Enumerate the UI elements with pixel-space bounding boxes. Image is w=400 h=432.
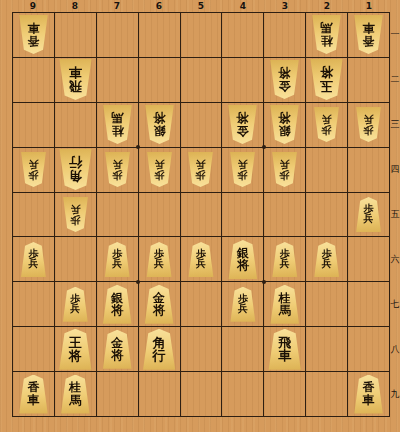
- square-7-4[interactable]: 歩兵: [97, 148, 138, 192]
- piece-kanji: 歩: [280, 170, 290, 181]
- square-6-1[interactable]: [139, 13, 180, 57]
- square-8-7[interactable]: 歩兵: [55, 282, 96, 326]
- sente-silver[interactable]: 銀将: [227, 240, 258, 279]
- square-8-5[interactable]: 歩兵: [55, 193, 96, 237]
- square-3-3[interactable]: 銀将: [264, 103, 305, 147]
- piece-kanji: 歩: [70, 214, 80, 225]
- square-7-6[interactable]: 歩兵: [97, 237, 138, 281]
- square-3-8[interactable]: 飛車: [264, 327, 305, 371]
- piece-kanji: 歩: [196, 170, 206, 181]
- square-8-1[interactable]: [55, 13, 96, 57]
- piece-kanji: 将: [279, 67, 291, 80]
- piece-kanji: 馬: [279, 304, 291, 317]
- square-3-1[interactable]: [264, 13, 305, 57]
- piece-kanji: 車: [27, 394, 39, 407]
- piece-kanji: 将: [111, 349, 123, 362]
- square-1-1[interactable]: 香車: [348, 13, 389, 57]
- sente-pawn[interactable]: 歩兵: [229, 287, 256, 322]
- square-1-2[interactable]: [348, 58, 389, 102]
- square-5-4[interactable]: 歩兵: [181, 148, 222, 192]
- gote-gold[interactable]: 金将: [269, 60, 300, 99]
- square-9-8[interactable]: [13, 327, 54, 371]
- square-8-3[interactable]: [55, 103, 96, 147]
- sente-bishop[interactable]: 角行: [142, 329, 177, 370]
- gote-pawn[interactable]: 歩兵: [313, 107, 340, 142]
- rank-label-4: 四: [390, 147, 400, 192]
- square-5-7[interactable]: [181, 282, 222, 326]
- piece-kanji: 兵: [280, 159, 290, 170]
- sente-pawn[interactable]: 歩兵: [20, 242, 47, 277]
- piece-kanji: 角: [153, 336, 166, 350]
- square-3-9[interactable]: [264, 372, 305, 416]
- star-point: [136, 280, 140, 284]
- piece-kanji: 歩: [112, 170, 122, 181]
- piece-kanji: 兵: [70, 304, 80, 315]
- square-5-2[interactable]: [181, 58, 222, 102]
- square-6-4[interactable]: 歩兵: [139, 148, 180, 192]
- rank-label-2: 二: [390, 57, 400, 102]
- square-4-9[interactable]: [222, 372, 263, 416]
- piece-kanji: 飛: [278, 336, 291, 350]
- file-labels: 987654321: [12, 0, 390, 12]
- piece-kanji: 歩: [322, 125, 332, 136]
- file-label-2: 2: [306, 0, 348, 12]
- square-4-7[interactable]: 歩兵: [222, 282, 263, 326]
- square-4-6[interactable]: 銀将: [222, 237, 263, 281]
- square-7-1[interactable]: [97, 13, 138, 57]
- sente-pawn[interactable]: 歩兵: [62, 287, 89, 322]
- square-3-7[interactable]: 桂馬: [264, 282, 305, 326]
- square-8-2[interactable]: 飛車: [55, 58, 96, 102]
- shogi-app-window: 987654321 一二三四五六七八九 香車桂馬香車飛車金将玉将桂馬銀将金将銀将…: [0, 0, 400, 432]
- piece-kanji: 兵: [154, 259, 164, 270]
- piece-kanji: 兵: [28, 259, 38, 270]
- rank-label-9: 九: [390, 372, 400, 417]
- piece-kanji: 兵: [112, 259, 122, 270]
- square-5-6[interactable]: 歩兵: [181, 237, 222, 281]
- piece-kanji: 兵: [364, 214, 374, 225]
- gote-pawn[interactable]: 歩兵: [20, 152, 47, 187]
- piece-kanji: 将: [320, 66, 333, 80]
- square-9-9[interactable]: 香車: [13, 372, 54, 416]
- square-8-9[interactable]: 桂馬: [55, 372, 96, 416]
- piece-kanji: 玉: [320, 80, 333, 94]
- square-8-6[interactable]: [55, 237, 96, 281]
- rank-label-1: 一: [390, 12, 400, 57]
- piece-kanji: 歩: [28, 170, 38, 181]
- square-3-5[interactable]: [264, 193, 305, 237]
- gote-pawn[interactable]: 歩兵: [271, 152, 298, 187]
- square-5-9[interactable]: [181, 372, 222, 416]
- gote-lance[interactable]: 香車: [353, 15, 384, 54]
- square-5-8[interactable]: [181, 327, 222, 371]
- square-9-5[interactable]: [13, 193, 54, 237]
- gote-king[interactable]: 玉将: [309, 59, 344, 100]
- square-5-3[interactable]: [181, 103, 222, 147]
- gote-pawn[interactable]: 歩兵: [104, 152, 131, 187]
- square-8-8[interactable]: 王将: [55, 327, 96, 371]
- piece-kanji: 馬: [69, 394, 81, 407]
- piece-kanji: 飛: [69, 80, 82, 94]
- rank-labels: 一二三四五六七八九: [390, 12, 400, 417]
- square-7-2[interactable]: [97, 58, 138, 102]
- piece-kanji: 兵: [196, 259, 206, 270]
- sente-pawn[interactable]: 歩兵: [355, 197, 382, 232]
- sente-gold[interactable]: 金将: [102, 330, 133, 369]
- piece-kanji: 将: [69, 349, 82, 363]
- square-4-3[interactable]: 金将: [222, 103, 263, 147]
- piece-kanji: 桂: [111, 125, 123, 138]
- square-9-3[interactable]: [13, 103, 54, 147]
- square-9-6[interactable]: 歩兵: [13, 237, 54, 281]
- square-1-8[interactable]: [348, 327, 389, 371]
- piece-kanji: 歩: [154, 170, 164, 181]
- piece-kanji: 兵: [154, 159, 164, 170]
- square-3-2[interactable]: 金将: [264, 58, 305, 102]
- piece-kanji: 兵: [196, 159, 206, 170]
- file-label-6: 6: [138, 0, 180, 12]
- square-3-6[interactable]: 歩兵: [264, 237, 305, 281]
- file-label-9: 9: [12, 0, 54, 12]
- square-2-7[interactable]: [306, 282, 347, 326]
- file-label-1: 1: [348, 0, 390, 12]
- gote-silver[interactable]: 銀将: [144, 105, 175, 144]
- square-9-4[interactable]: 歩兵: [13, 148, 54, 192]
- square-2-3[interactable]: 歩兵: [306, 103, 347, 147]
- sente-pawn[interactable]: 歩兵: [271, 242, 298, 277]
- file-label-8: 8: [54, 0, 96, 12]
- square-9-2[interactable]: [13, 58, 54, 102]
- square-4-8[interactable]: [222, 327, 263, 371]
- piece-kanji: 将: [111, 304, 123, 317]
- gote-pawn[interactable]: 歩兵: [187, 152, 214, 187]
- piece-kanji: 車: [27, 22, 39, 35]
- square-9-1[interactable]: 香車: [13, 13, 54, 57]
- square-6-5[interactable]: [139, 193, 180, 237]
- shogi-board[interactable]: 香車桂馬香車飛車金将玉将桂馬銀将金将銀将歩兵歩兵歩兵角行歩兵歩兵歩兵歩兵歩兵歩兵…: [12, 12, 390, 417]
- rank-label-3: 三: [390, 102, 400, 147]
- square-6-6[interactable]: 歩兵: [139, 237, 180, 281]
- square-1-4[interactable]: [348, 148, 389, 192]
- square-7-7[interactable]: 銀将: [97, 282, 138, 326]
- gote-silver[interactable]: 銀将: [269, 105, 300, 144]
- piece-kanji: 兵: [28, 159, 38, 170]
- piece-kanji: 車: [278, 349, 291, 363]
- gote-pawn[interactable]: 歩兵: [62, 197, 89, 232]
- square-1-6[interactable]: [348, 237, 389, 281]
- star-point: [262, 280, 266, 284]
- sente-pawn[interactable]: 歩兵: [146, 242, 173, 277]
- piece-kanji: 将: [237, 259, 249, 272]
- piece-kanji: 兵: [112, 159, 122, 170]
- piece-kanji: 王: [69, 336, 82, 350]
- square-4-2[interactable]: [222, 58, 263, 102]
- gote-gold[interactable]: 金将: [227, 105, 258, 144]
- sente-lance[interactable]: 香車: [353, 375, 384, 414]
- square-2-4[interactable]: [306, 148, 347, 192]
- square-6-3[interactable]: 銀将: [139, 103, 180, 147]
- gote-pawn[interactable]: 歩兵: [229, 152, 256, 187]
- piece-kanji: 香: [363, 35, 375, 48]
- square-2-8[interactable]: [306, 327, 347, 371]
- gote-bishop[interactable]: 角行: [58, 149, 93, 190]
- square-7-5[interactable]: [97, 193, 138, 237]
- piece-kanji: 兵: [364, 114, 374, 125]
- file-label-4: 4: [222, 0, 264, 12]
- piece-kanji: 行: [69, 156, 82, 170]
- sente-silver[interactable]: 銀将: [102, 285, 133, 324]
- square-7-3[interactable]: 桂馬: [97, 103, 138, 147]
- piece-kanji: 歩: [364, 125, 374, 136]
- square-1-3[interactable]: 歩兵: [348, 103, 389, 147]
- gote-lance[interactable]: 香車: [18, 15, 49, 54]
- gote-rook[interactable]: 飛車: [58, 59, 93, 100]
- piece-kanji: 銀: [279, 125, 291, 138]
- sente-pawn[interactable]: 歩兵: [313, 242, 340, 277]
- piece-kanji: 将: [153, 112, 165, 125]
- file-label-7: 7: [96, 0, 138, 12]
- sente-pawn[interactable]: 歩兵: [187, 242, 214, 277]
- piece-kanji: 馬: [321, 22, 333, 35]
- piece-kanji: 桂: [321, 35, 333, 48]
- piece-kanji: 金: [237, 125, 249, 138]
- piece-kanji: 将: [153, 304, 165, 317]
- piece-kanji: 兵: [238, 304, 248, 315]
- star-point: [262, 145, 266, 149]
- square-2-6[interactable]: 歩兵: [306, 237, 347, 281]
- file-label-5: 5: [180, 0, 222, 12]
- square-5-5[interactable]: [181, 193, 222, 237]
- piece-kanji: 歩: [238, 170, 248, 181]
- square-2-9[interactable]: [306, 372, 347, 416]
- sente-rook[interactable]: 飛車: [267, 329, 302, 370]
- piece-kanji: 馬: [111, 112, 123, 125]
- file-label-3: 3: [264, 0, 306, 12]
- square-2-1[interactable]: 桂馬: [306, 13, 347, 57]
- piece-kanji: 兵: [322, 259, 332, 270]
- rank-label-7: 七: [390, 282, 400, 327]
- sente-knight[interactable]: 桂馬: [269, 285, 300, 324]
- piece-kanji: 行: [153, 349, 166, 363]
- piece-kanji: 銀: [153, 125, 165, 138]
- square-1-7[interactable]: [348, 282, 389, 326]
- square-4-1[interactable]: [222, 13, 263, 57]
- sente-king[interactable]: 王将: [58, 329, 93, 370]
- square-5-1[interactable]: [181, 13, 222, 57]
- piece-kanji: 将: [237, 112, 249, 125]
- piece-kanji: 将: [279, 112, 291, 125]
- piece-kanji: 角: [69, 170, 82, 184]
- square-7-8[interactable]: 金将: [97, 327, 138, 371]
- piece-kanji: 車: [363, 22, 375, 35]
- square-6-8[interactable]: 角行: [139, 327, 180, 371]
- piece-kanji: 兵: [322, 114, 332, 125]
- square-2-2[interactable]: 玉将: [306, 58, 347, 102]
- sente-knight[interactable]: 桂馬: [60, 375, 91, 414]
- piece-kanji: 車: [69, 66, 82, 80]
- gote-knight[interactable]: 桂馬: [102, 105, 133, 144]
- gote-pawn[interactable]: 歩兵: [146, 152, 173, 187]
- square-2-5[interactable]: [306, 193, 347, 237]
- rank-label-8: 八: [390, 327, 400, 372]
- square-7-9[interactable]: [97, 372, 138, 416]
- square-6-2[interactable]: [139, 58, 180, 102]
- sente-pawn[interactable]: 歩兵: [104, 242, 131, 277]
- piece-kanji: 兵: [70, 204, 80, 215]
- gote-knight[interactable]: 桂馬: [311, 15, 342, 54]
- square-1-9[interactable]: 香車: [348, 372, 389, 416]
- sente-lance[interactable]: 香車: [18, 375, 49, 414]
- piece-kanji: 香: [27, 35, 39, 48]
- square-1-5[interactable]: 歩兵: [348, 193, 389, 237]
- gote-pawn[interactable]: 歩兵: [355, 107, 382, 142]
- piece-kanji: 車: [363, 394, 375, 407]
- square-6-7[interactable]: 金将: [139, 282, 180, 326]
- square-8-4[interactable]: 角行: [55, 148, 96, 192]
- sente-gold[interactable]: 金将: [144, 285, 175, 324]
- square-3-4[interactable]: 歩兵: [264, 148, 305, 192]
- star-point: [136, 145, 140, 149]
- square-4-5[interactable]: [222, 193, 263, 237]
- piece-kanji: 兵: [280, 259, 290, 270]
- square-6-9[interactable]: [139, 372, 180, 416]
- square-9-7[interactable]: [13, 282, 54, 326]
- square-4-4[interactable]: 歩兵: [222, 148, 263, 192]
- rank-label-6: 六: [390, 237, 400, 282]
- rank-label-5: 五: [390, 192, 400, 237]
- piece-kanji: 金: [279, 80, 291, 93]
- piece-kanji: 兵: [238, 159, 248, 170]
